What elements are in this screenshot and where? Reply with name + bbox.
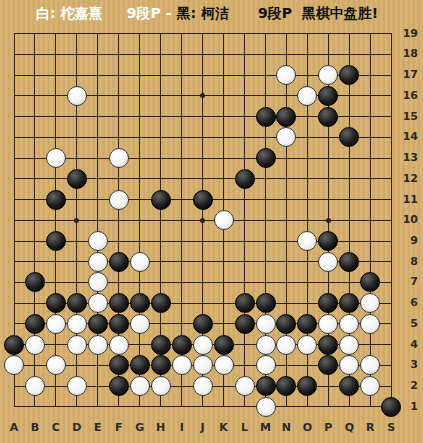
- stone-black[interactable]: [151, 335, 171, 355]
- stone-white[interactable]: [109, 335, 129, 355]
- stone-white[interactable]: [297, 335, 317, 355]
- stone-white[interactable]: [360, 293, 380, 313]
- stone-black[interactable]: [276, 314, 296, 334]
- row-label: 14: [401, 130, 418, 143]
- stone-white[interactable]: [25, 376, 45, 396]
- col-label: H: [153, 421, 169, 434]
- row-label: 19: [401, 27, 418, 40]
- stone-white[interactable]: [297, 231, 317, 251]
- stone-black[interactable]: [339, 252, 359, 272]
- col-label: O: [299, 421, 315, 434]
- stone-white[interactable]: [276, 127, 296, 147]
- row-label: 11: [401, 193, 418, 206]
- stone-black[interactable]: [297, 376, 317, 396]
- col-label: B: [27, 421, 43, 434]
- row-label: 1: [401, 400, 418, 413]
- row-label: 9: [401, 234, 418, 247]
- stone-black[interactable]: [25, 314, 45, 334]
- stone-white[interactable]: [276, 65, 296, 85]
- col-label: P: [320, 421, 336, 434]
- stone-white[interactable]: [4, 355, 24, 375]
- stone-white[interactable]: [193, 376, 213, 396]
- stone-black[interactable]: [256, 293, 276, 313]
- col-label: M: [258, 421, 274, 434]
- col-label: C: [48, 421, 64, 434]
- stone-white[interactable]: [360, 355, 380, 375]
- stone-black[interactable]: [46, 293, 66, 313]
- stone-black[interactable]: [339, 127, 359, 147]
- stone-black[interactable]: [130, 293, 150, 313]
- stone-black[interactable]: [46, 190, 66, 210]
- stone-white[interactable]: [109, 190, 129, 210]
- stone-black[interactable]: [318, 355, 338, 375]
- stone-white[interactable]: [67, 335, 87, 355]
- stone-black[interactable]: [276, 376, 296, 396]
- stone-white[interactable]: [339, 335, 359, 355]
- stone-black[interactable]: [109, 355, 129, 375]
- black-player-info-and-result: 黑: 柯洁 9段P 黑棋中盘胜!: [176, 5, 378, 21]
- stone-white[interactable]: [318, 314, 338, 334]
- row-label: 12: [401, 172, 418, 185]
- stone-black[interactable]: [193, 314, 213, 334]
- stone-white[interactable]: [88, 252, 108, 272]
- stone-white[interactable]: [256, 335, 276, 355]
- stone-white[interactable]: [172, 355, 192, 375]
- stone-black[interactable]: [88, 314, 108, 334]
- star-point: [326, 218, 331, 223]
- stone-black[interactable]: [172, 335, 192, 355]
- stone-black[interactable]: [235, 293, 255, 313]
- col-label: S: [383, 421, 399, 434]
- white-player-info: 白: 柁嘉熹 9段P -: [36, 5, 176, 21]
- stone-white[interactable]: [67, 376, 87, 396]
- stone-white[interactable]: [276, 335, 296, 355]
- col-label: L: [237, 421, 253, 434]
- stone-white[interactable]: [193, 335, 213, 355]
- stone-black[interactable]: [109, 314, 129, 334]
- col-label: A: [6, 421, 22, 434]
- col-label: D: [69, 421, 85, 434]
- col-label: I: [174, 421, 190, 434]
- stone-black[interactable]: [318, 86, 338, 106]
- stone-black[interactable]: [67, 169, 87, 189]
- stone-black[interactable]: [235, 169, 255, 189]
- col-label: J: [195, 421, 211, 434]
- go-game-viewer: 白: 柁嘉熹 9段P - 黑: 柯洁 9段P 黑棋中盘胜! ABCDEFGHIJ…: [0, 0, 423, 443]
- row-label: 7: [401, 275, 418, 288]
- stone-black[interactable]: [235, 314, 255, 334]
- stone-white[interactable]: [339, 355, 359, 375]
- col-label: K: [216, 421, 232, 434]
- stone-white[interactable]: [256, 314, 276, 334]
- stone-black[interactable]: [318, 335, 338, 355]
- stone-black[interactable]: [381, 397, 401, 417]
- grid-line-horizontal: [14, 282, 392, 283]
- grid-line-horizontal: [14, 137, 392, 138]
- stone-white[interactable]: [25, 335, 45, 355]
- stone-white[interactable]: [297, 86, 317, 106]
- stone-black[interactable]: [46, 231, 66, 251]
- row-label: 17: [401, 68, 418, 81]
- stone-white[interactable]: [46, 355, 66, 375]
- col-label: F: [111, 421, 127, 434]
- star-point: [200, 218, 205, 223]
- stone-black[interactable]: [297, 314, 317, 334]
- star-point: [200, 93, 205, 98]
- stone-black[interactable]: [109, 376, 129, 396]
- grid-line-horizontal: [14, 54, 392, 55]
- stone-black[interactable]: [25, 272, 45, 292]
- stone-black[interactable]: [193, 190, 213, 210]
- row-label: 5: [401, 317, 418, 330]
- stone-black[interactable]: [318, 107, 338, 127]
- stone-black[interactable]: [256, 376, 276, 396]
- stone-white[interactable]: [88, 293, 108, 313]
- stone-black[interactable]: [339, 376, 359, 396]
- row-label: 13: [401, 151, 418, 164]
- col-label: E: [90, 421, 106, 434]
- stone-white[interactable]: [46, 148, 66, 168]
- stone-black[interactable]: [109, 252, 129, 272]
- grid-line-horizontal: [14, 406, 392, 407]
- stone-white[interactable]: [214, 355, 234, 375]
- stone-white[interactable]: [130, 376, 150, 396]
- stone-black[interactable]: [4, 335, 24, 355]
- stone-white[interactable]: [46, 314, 66, 334]
- row-label: 18: [401, 47, 418, 60]
- grid-line-horizontal: [14, 33, 392, 34]
- stone-white[interactable]: [256, 397, 276, 417]
- row-label: 6: [401, 296, 418, 309]
- star-point: [74, 218, 79, 223]
- stone-white[interactable]: [88, 335, 108, 355]
- stone-black[interactable]: [276, 107, 296, 127]
- row-label: 4: [401, 338, 418, 351]
- row-label: 8: [401, 255, 418, 268]
- stone-black[interactable]: [214, 335, 234, 355]
- stone-black[interactable]: [151, 190, 171, 210]
- row-label: 3: [401, 358, 418, 371]
- stone-white[interactable]: [67, 314, 87, 334]
- row-label: 2: [401, 379, 418, 392]
- stone-black[interactable]: [109, 293, 129, 313]
- stone-white[interactable]: [193, 355, 213, 375]
- stone-white[interactable]: [256, 355, 276, 375]
- stone-white[interactable]: [109, 148, 129, 168]
- col-label: Q: [341, 421, 357, 434]
- game-info-header: 白: 柁嘉熹 9段P - 黑: 柯洁 9段P 黑棋中盘胜!: [0, 0, 423, 28]
- stone-black[interactable]: [151, 355, 171, 375]
- stone-black[interactable]: [130, 355, 150, 375]
- stone-white[interactable]: [88, 272, 108, 292]
- stone-black[interactable]: [256, 148, 276, 168]
- stone-white[interactable]: [235, 376, 255, 396]
- stone-white[interactable]: [318, 65, 338, 85]
- stone-black[interactable]: [318, 231, 338, 251]
- row-label: 10: [401, 213, 418, 226]
- stone-white[interactable]: [151, 376, 171, 396]
- col-label: R: [362, 421, 378, 434]
- stone-white[interactable]: [130, 314, 150, 334]
- stone-white[interactable]: [360, 314, 380, 334]
- row-label: 15: [401, 110, 418, 123]
- stone-white[interactable]: [88, 231, 108, 251]
- stone-white[interactable]: [318, 252, 338, 272]
- col-label: G: [132, 421, 148, 434]
- stone-black[interactable]: [151, 293, 171, 313]
- stone-white[interactable]: [214, 210, 234, 230]
- row-label: 16: [401, 89, 418, 102]
- stone-white[interactable]: [67, 86, 87, 106]
- stone-black[interactable]: [318, 293, 338, 313]
- stone-black[interactable]: [67, 293, 87, 313]
- stone-black[interactable]: [339, 65, 359, 85]
- stone-white[interactable]: [130, 252, 150, 272]
- col-label: N: [278, 421, 294, 434]
- stone-white[interactable]: [360, 376, 380, 396]
- stone-black[interactable]: [256, 107, 276, 127]
- grid-line-horizontal: [14, 158, 392, 159]
- stone-white[interactable]: [339, 314, 359, 334]
- stone-black[interactable]: [360, 272, 380, 292]
- stone-black[interactable]: [339, 293, 359, 313]
